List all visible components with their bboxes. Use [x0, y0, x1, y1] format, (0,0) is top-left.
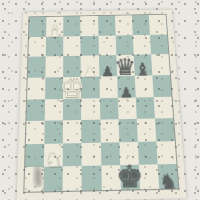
square-c3[interactable]: [63, 120, 82, 143]
square-f7[interactable]: [115, 35, 133, 55]
square-a2[interactable]: [25, 144, 44, 168]
piece-white-pawn-d6[interactable]: ♟: [83, 65, 96, 79]
square-a6[interactable]: [28, 57, 46, 78]
piece-black-knight-h1[interactable]: ♞: [159, 171, 178, 192]
square-a7[interactable]: [28, 37, 46, 57]
piece-black-bishop-g6[interactable]: ♝: [134, 61, 152, 79]
square-c1[interactable]: [63, 166, 82, 191]
square-g7[interactable]: [133, 35, 151, 55]
square-e4[interactable]: [99, 97, 118, 119]
square-b2[interactable]: ♞: [44, 143, 63, 167]
square-c2[interactable]: [63, 143, 82, 167]
piece-black-pawn-e6[interactable]: ♟: [101, 65, 115, 79]
chess-board: ♝♟♟♛♝♚♟♞♚♞: [23, 14, 179, 193]
square-c5[interactable]: ♚: [63, 77, 81, 99]
square-h8[interactable]: [149, 15, 167, 35]
square-h7[interactable]: [150, 34, 169, 54]
square-d2[interactable]: [82, 142, 101, 166]
square-h4[interactable]: [154, 96, 174, 118]
piece-black-pawn-f5[interactable]: ♟: [119, 86, 133, 101]
square-e3[interactable]: [100, 119, 119, 142]
square-d7[interactable]: [81, 36, 99, 56]
square-d1[interactable]: [82, 166, 101, 191]
square-g8[interactable]: [132, 15, 150, 35]
square-f6[interactable]: ♛: [116, 55, 134, 76]
square-h6[interactable]: [151, 54, 170, 75]
square-e7[interactable]: [98, 35, 116, 55]
square-b3[interactable]: [44, 120, 63, 143]
square-g6[interactable]: ♝: [133, 55, 152, 76]
square-d3[interactable]: [82, 120, 101, 143]
square-h3[interactable]: [155, 118, 175, 141]
square-f3[interactable]: [118, 119, 137, 142]
square-b8[interactable]: ♝: [46, 17, 63, 37]
square-g3[interactable]: [137, 119, 157, 142]
chess-mat: ♝♟♟♛♝♚♟♞♚♞: [17, 9, 187, 200]
square-a4[interactable]: [26, 99, 45, 121]
square-h1[interactable]: ♞: [158, 164, 179, 189]
square-f1[interactable]: ♚: [120, 165, 140, 190]
square-g4[interactable]: [135, 97, 154, 119]
square-a5[interactable]: [27, 77, 45, 99]
square-a8[interactable]: [29, 17, 47, 37]
square-h5[interactable]: [152, 75, 171, 97]
piece-black-king-f1[interactable]: ♚: [116, 161, 145, 193]
square-f8[interactable]: [115, 15, 133, 35]
square-c8[interactable]: [64, 16, 81, 36]
square-a3[interactable]: [26, 121, 45, 144]
square-c7[interactable]: [63, 36, 81, 56]
piece-white-king-c5[interactable]: ♚: [59, 73, 85, 101]
square-h2[interactable]: [156, 141, 176, 165]
piece-white-knight-b2[interactable]: ♞: [45, 150, 63, 170]
square-d8[interactable]: [81, 16, 98, 36]
square-e8[interactable]: [98, 16, 116, 36]
chess-photo: ♝♟♟♛♝♚♟♞♚♞: [0, 0, 200, 200]
piece-white-bishop-b8[interactable]: ♝: [47, 22, 63, 39]
